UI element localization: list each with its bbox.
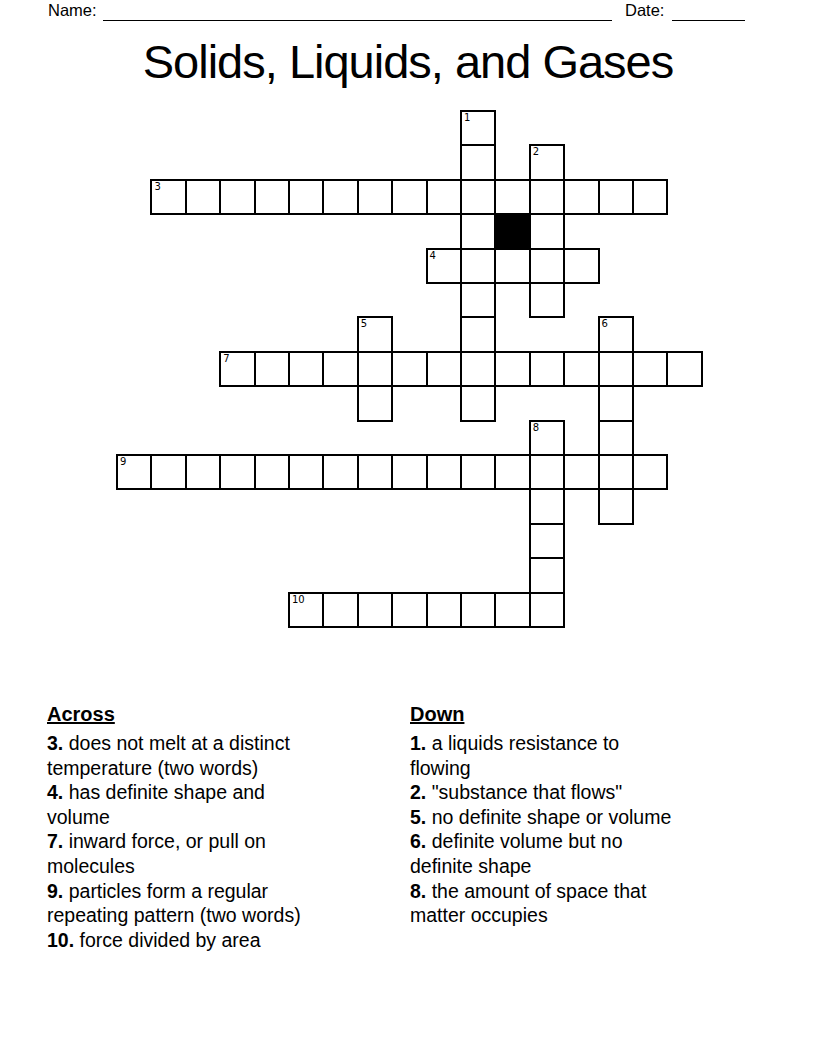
crossword-cell[interactable] [529, 351, 565, 387]
crossword-cell[interactable] [288, 454, 324, 490]
crossword-cell[interactable] [529, 248, 565, 284]
crossword-cell[interactable] [150, 454, 186, 490]
clue-number-1: 1 [464, 113, 470, 123]
crossword-cell[interactable] [529, 454, 565, 490]
crossword-cell[interactable] [632, 454, 668, 490]
clue-text: "substance that flows" [432, 781, 623, 803]
crossword-cell[interactable] [460, 385, 496, 421]
crossword-cell[interactable] [494, 454, 530, 490]
crossword-cell[interactable] [288, 179, 324, 215]
crossword-cell[interactable] [357, 592, 393, 628]
crossword-cell[interactable] [254, 351, 290, 387]
crossword-cell[interactable] [426, 592, 462, 628]
crossword-cell[interactable] [598, 420, 634, 456]
crossword-cell[interactable] [426, 351, 462, 387]
crossword-cell[interactable] [632, 179, 668, 215]
crossword-cell[interactable] [460, 282, 496, 318]
across-heading: Across [47, 702, 397, 727]
crossword-cell[interactable] [357, 385, 393, 421]
crossword-cell[interactable] [563, 248, 599, 284]
crossword-cell[interactable] [460, 213, 496, 249]
crossword-cell[interactable] [426, 179, 462, 215]
crossword-cell[interactable] [357, 454, 393, 490]
date-blank-line [672, 2, 745, 21]
clue-down-2: 2. "substance that flows" [410, 780, 780, 805]
clue-number-7: 7 [223, 354, 229, 364]
clue-number-label: 1. [410, 732, 426, 754]
crossword-cell[interactable] [254, 179, 290, 215]
crossword-cell[interactable] [288, 351, 324, 387]
clue-down-6: 6. definite volume but no definite shape [410, 829, 780, 878]
crossword-cell[interactable] [494, 248, 530, 284]
crossword-cell[interactable] [666, 351, 702, 387]
clue-number-label: 6. [410, 830, 426, 852]
crossword-cell[interactable] [460, 351, 496, 387]
clue-number-2: 2 [533, 147, 539, 157]
clue-number-10: 10 [292, 595, 305, 605]
crossword-cell[interactable] [598, 179, 634, 215]
name-blank-line [103, 2, 612, 21]
clue-text: does not melt at a distinct temperature … [47, 732, 290, 779]
clue-number-label: 10. [47, 929, 74, 951]
crossword-cell[interactable] [598, 385, 634, 421]
clue-number-9: 9 [120, 457, 126, 467]
crossword-cell[interactable] [529, 179, 565, 215]
crossword-cell[interactable] [460, 454, 496, 490]
crossword-cell[interactable] [254, 454, 290, 490]
crossword-cell[interactable] [357, 179, 393, 215]
clue-text: particles form a regular repeating patte… [47, 880, 301, 927]
black-cell [494, 213, 530, 249]
clue-across-9: 9. particles form a regular repeating pa… [47, 879, 397, 928]
crossword-cell[interactable] [529, 282, 565, 318]
crossword-cell[interactable] [322, 179, 358, 215]
clue-number-label: 9. [47, 880, 63, 902]
down-clues-section: Down 1. a liquids resistance to flowing … [410, 702, 780, 928]
clue-number-label: 3. [47, 732, 63, 754]
clue-number-6: 6 [602, 319, 608, 329]
worksheet-title: Solids, Liquids, and Gases [0, 34, 816, 89]
date-label: Date: [625, 1, 664, 20]
crossword-grid: 12345678910 [116, 110, 704, 630]
clue-number-5: 5 [361, 319, 367, 329]
clue-number-label: 2. [410, 781, 426, 803]
crossword-cell[interactable] [322, 351, 358, 387]
crossword-cell[interactable] [632, 351, 668, 387]
crossword-cell[interactable] [460, 592, 496, 628]
crossword-cell[interactable] [529, 557, 565, 593]
clue-number-3: 3 [154, 182, 160, 192]
crossword-cell[interactable] [460, 179, 496, 215]
clue-text: inward force, or pull on molecules [47, 830, 266, 877]
clue-down-8: 8. the amount of space that matter occup… [410, 879, 780, 928]
crossword-cell[interactable] [391, 592, 427, 628]
crossword-cell[interactable] [391, 454, 427, 490]
crossword-cell[interactable] [563, 179, 599, 215]
crossword-cell[interactable] [529, 592, 565, 628]
crossword-cell[interactable] [529, 488, 565, 524]
crossword-cell[interactable] [391, 351, 427, 387]
clue-down-5: 5. no definite shape or volume [410, 805, 780, 830]
clue-text: has definite shape and volume [47, 781, 265, 828]
worksheet-page: Name: Date: Solids, Liquids, and Gases 1… [0, 0, 816, 1056]
crossword-cell[interactable] [391, 179, 427, 215]
clue-across-4: 4. has definite shape and volume [47, 780, 397, 829]
crossword-cell[interactable] [219, 454, 255, 490]
clue-across-10: 10. force divided by area [47, 928, 397, 953]
clue-number-label: 5. [410, 806, 426, 828]
clue-text: no definite shape or volume [432, 806, 672, 828]
clue-number-label: 8. [410, 880, 426, 902]
crossword-cell[interactable] [563, 454, 599, 490]
clue-across-7: 7. inward force, or pull on molecules [47, 829, 397, 878]
crossword-cell[interactable] [529, 213, 565, 249]
clue-text: force divided by area [80, 929, 261, 951]
crossword-cell[interactable] [185, 179, 221, 215]
crossword-cell[interactable] [322, 454, 358, 490]
crossword-cell[interactable] [529, 523, 565, 559]
clue-across-3: 3. does not melt at a distinct temperatu… [47, 731, 397, 780]
crossword-cell[interactable] [494, 351, 530, 387]
crossword-cell[interactable] [426, 454, 462, 490]
down-heading: Down [410, 702, 780, 727]
clue-text: a liquids resistance to flowing [410, 732, 619, 779]
crossword-cell[interactable] [219, 179, 255, 215]
clue-text: definite volume but no definite shape [410, 830, 622, 877]
clue-down-1: 1. a liquids resistance to flowing [410, 731, 780, 780]
crossword-cell[interactable] [494, 179, 530, 215]
crossword-cell[interactable] [494, 592, 530, 628]
clue-number-8: 8 [533, 423, 539, 433]
crossword-cell[interactable] [322, 592, 358, 628]
crossword-cell[interactable] [598, 488, 634, 524]
crossword-cell[interactable] [598, 351, 634, 387]
crossword-cell[interactable] [357, 351, 393, 387]
clue-number-label: 7. [47, 830, 63, 852]
crossword-cell[interactable] [185, 454, 221, 490]
crossword-cell[interactable] [563, 351, 599, 387]
clue-number-label: 4. [47, 781, 63, 803]
crossword-cell[interactable] [598, 454, 634, 490]
crossword-cell[interactable] [460, 316, 496, 352]
name-label: Name: [48, 1, 97, 20]
clue-number-4: 4 [430, 251, 436, 261]
crossword-cell[interactable] [460, 248, 496, 284]
clue-text: the amount of space that matter occupies [410, 880, 646, 927]
crossword-cell[interactable] [460, 144, 496, 180]
across-clues-section: Across 3. does not melt at a distinct te… [47, 702, 397, 952]
